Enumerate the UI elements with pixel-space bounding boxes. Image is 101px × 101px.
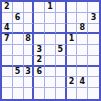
cell-r3c1[interactable]: 4 <box>2 24 13 35</box>
cell-r4c6[interactable] <box>56 34 67 45</box>
cell-r4c4[interactable] <box>34 34 45 45</box>
cell-r4c3[interactable]: 8 <box>24 34 35 45</box>
cell-r3c9[interactable] <box>88 24 99 35</box>
cell-r1c3[interactable] <box>24 2 35 13</box>
cell-r1c9[interactable] <box>88 2 99 13</box>
cell-r7c5[interactable] <box>45 67 56 78</box>
cell-r1c5[interactable]: 1 <box>45 2 56 13</box>
cell-r8c7[interactable]: 2 <box>67 77 78 88</box>
cell-r8c1[interactable] <box>2 77 13 88</box>
cell-r2c3[interactable] <box>24 13 35 24</box>
cell-r9c9[interactable] <box>88 88 99 99</box>
cell-r6c5[interactable] <box>45 56 56 67</box>
cell-r2c2[interactable]: 6 <box>13 13 24 24</box>
cell-r5c1[interactable] <box>2 45 13 56</box>
cell-r7c7[interactable] <box>67 67 78 78</box>
cell-r3c6[interactable] <box>56 24 67 35</box>
cell-r7c6[interactable] <box>56 67 67 78</box>
cell-r7c8[interactable] <box>77 67 88 78</box>
cell-r3c7[interactable] <box>67 24 78 35</box>
cell-r2c7[interactable] <box>67 13 78 24</box>
cell-r9c8[interactable] <box>77 88 88 99</box>
cell-r4c5[interactable] <box>45 34 56 45</box>
cell-r8c5[interactable] <box>45 77 56 88</box>
cell-r2c6[interactable] <box>56 13 67 24</box>
cell-r4c9[interactable] <box>88 34 99 45</box>
cell-r5c8[interactable] <box>77 45 88 56</box>
cell-r3c5[interactable] <box>45 24 56 35</box>
cell-r2c1[interactable] <box>2 13 13 24</box>
sudoku-board: 21634878135253624 <box>0 0 101 101</box>
cell-r1c8[interactable] <box>77 2 88 13</box>
cell-r8c3[interactable] <box>24 77 35 88</box>
cell-r4c8[interactable] <box>77 34 88 45</box>
cell-r5c4[interactable]: 3 <box>34 45 45 56</box>
cell-r9c4[interactable] <box>34 88 45 99</box>
cell-r2c4[interactable] <box>34 13 45 24</box>
cell-r6c1[interactable] <box>2 56 13 67</box>
cell-r9c6[interactable] <box>56 88 67 99</box>
cell-r7c9[interactable] <box>88 67 99 78</box>
cell-r5c2[interactable] <box>13 45 24 56</box>
cell-r4c1[interactable]: 7 <box>2 34 13 45</box>
cell-r8c4[interactable] <box>34 77 45 88</box>
cell-r5c3[interactable] <box>24 45 35 56</box>
cell-r6c3[interactable] <box>24 56 35 67</box>
cell-r9c5[interactable] <box>45 88 56 99</box>
cell-r1c6[interactable] <box>56 2 67 13</box>
cell-r5c7[interactable] <box>67 45 78 56</box>
cell-r1c2[interactable] <box>13 2 24 13</box>
cell-r1c7[interactable] <box>67 2 78 13</box>
cell-r9c2[interactable] <box>13 88 24 99</box>
cell-r4c7[interactable]: 1 <box>67 34 78 45</box>
cell-r7c1[interactable] <box>2 67 13 78</box>
cell-r6c9[interactable] <box>88 56 99 67</box>
cell-r9c3[interactable] <box>24 88 35 99</box>
cell-r2c9[interactable]: 3 <box>88 13 99 24</box>
cell-r8c9[interactable] <box>88 77 99 88</box>
cell-r9c7[interactable] <box>67 88 78 99</box>
cell-r1c1[interactable]: 2 <box>2 2 13 13</box>
cell-r1c4[interactable] <box>34 2 45 13</box>
cell-r6c8[interactable] <box>77 56 88 67</box>
cell-r5c9[interactable] <box>88 45 99 56</box>
cell-r6c4[interactable]: 2 <box>34 56 45 67</box>
cell-r7c3[interactable]: 3 <box>24 67 35 78</box>
cell-r2c8[interactable] <box>77 13 88 24</box>
cell-r8c2[interactable] <box>13 77 24 88</box>
cell-r6c6[interactable] <box>56 56 67 67</box>
cell-r4c2[interactable] <box>13 34 24 45</box>
cell-r9c1[interactable] <box>2 88 13 99</box>
cell-r8c6[interactable] <box>56 77 67 88</box>
cell-r3c8[interactable]: 8 <box>77 24 88 35</box>
cell-r6c7[interactable] <box>67 56 78 67</box>
cell-r3c2[interactable] <box>13 24 24 35</box>
cell-r5c5[interactable] <box>45 45 56 56</box>
cell-r3c4[interactable] <box>34 24 45 35</box>
cell-r5c6[interactable]: 5 <box>56 45 67 56</box>
cell-r6c2[interactable] <box>13 56 24 67</box>
cell-r7c2[interactable]: 5 <box>13 67 24 78</box>
cell-r2c5[interactable] <box>45 13 56 24</box>
cell-r3c3[interactable] <box>24 24 35 35</box>
cell-r8c8[interactable]: 4 <box>77 77 88 88</box>
cell-r7c4[interactable]: 6 <box>34 67 45 78</box>
